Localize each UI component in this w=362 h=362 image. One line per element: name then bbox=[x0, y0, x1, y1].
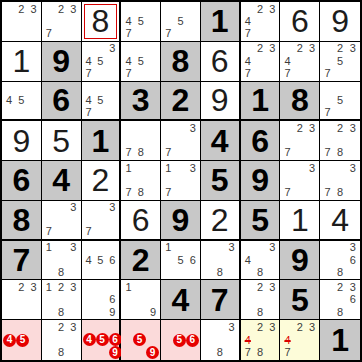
given-digit: 9 bbox=[251, 164, 269, 196]
candidate-3: 3 bbox=[226, 321, 238, 334]
cell-r6c1[interactable]: 8 bbox=[2, 201, 42, 241]
pencil-marks: 37 bbox=[83, 202, 119, 238]
candidate-5: 5 bbox=[174, 15, 186, 27]
cell-r3c9[interactable]: 57 bbox=[320, 82, 360, 122]
candidate-7: 7 bbox=[122, 28, 134, 40]
cell-r5c9[interactable]: 378 bbox=[320, 161, 360, 201]
given-digit: 7 bbox=[211, 284, 229, 316]
pencil-marks: 2347 bbox=[242, 3, 279, 40]
candidate-7: 7 bbox=[321, 147, 334, 159]
given-digit: 1 bbox=[331, 324, 349, 356]
candidate-2: 2 bbox=[254, 43, 266, 55]
candidate-2: 2 bbox=[55, 321, 67, 334]
given-digit: 4 bbox=[52, 164, 70, 196]
candidate-7: 7 bbox=[122, 147, 134, 159]
given-digit: 1 bbox=[251, 84, 269, 116]
given-digit: 1 bbox=[92, 125, 110, 157]
candidate-7: 7 bbox=[242, 28, 254, 40]
candidate-8: 8 bbox=[334, 266, 347, 278]
cell-r3c8[interactable]: 8 bbox=[280, 82, 320, 122]
candidate-8: 8 bbox=[334, 306, 347, 318]
circled-candidate-4: 4 bbox=[83, 333, 96, 346]
cell-r9c6[interactable]: 38 bbox=[201, 320, 241, 360]
candidate-1: 1 bbox=[122, 281, 134, 293]
candidate-5: 5 bbox=[334, 55, 347, 67]
pencil-marks: 378 bbox=[321, 162, 359, 199]
pencil-marks: 238 bbox=[43, 321, 80, 359]
cell-r8c8[interactable]: 5 bbox=[280, 280, 320, 320]
candidate-3: 3 bbox=[67, 202, 79, 214]
candidate-3: 3 bbox=[67, 321, 79, 334]
candidate-5: 5 bbox=[135, 55, 147, 67]
cell-r4c5[interactable]: 37 bbox=[161, 121, 201, 161]
cell-r1c2[interactable]: 237 bbox=[42, 2, 82, 42]
cell-r3c5[interactable]: 2 bbox=[161, 82, 201, 122]
candidate-7: 7 bbox=[281, 147, 293, 159]
candidate-3: 3 bbox=[106, 202, 118, 214]
cell-r7c4[interactable]: 2 bbox=[121, 241, 161, 281]
cell-r7c1[interactable]: 7 bbox=[2, 241, 42, 281]
candidate-1: 1 bbox=[43, 242, 55, 254]
circled-candidate-4: 4 bbox=[3, 334, 16, 347]
candidate-8: 8 bbox=[214, 266, 226, 278]
candidate-5: 5 bbox=[94, 254, 106, 266]
candidate-3: 3 bbox=[306, 122, 318, 134]
candidate-7: 7 bbox=[162, 187, 174, 199]
pencil-marks: 37 bbox=[43, 202, 80, 238]
candidate-3: 3 bbox=[28, 3, 40, 15]
cell-r6c7[interactable]: 5 bbox=[241, 201, 281, 241]
given-digit: 9 bbox=[291, 244, 309, 276]
candidate-8: 8 bbox=[254, 306, 266, 318]
cell-r5c6[interactable]: 5 bbox=[201, 161, 241, 201]
candidate-3: 3 bbox=[346, 43, 359, 55]
given-digit: 4 bbox=[172, 284, 190, 316]
cell-r8c7[interactable]: 238 bbox=[241, 280, 281, 320]
candidate-1: 1 bbox=[162, 242, 174, 254]
cell-r8c3[interactable]: 69 bbox=[82, 280, 122, 320]
cell-r7c9[interactable]: 368 bbox=[320, 241, 360, 281]
candidate-7: 7 bbox=[281, 346, 293, 359]
candidate-4: 4 bbox=[83, 55, 95, 67]
cell-r3c4[interactable]: 3 bbox=[121, 82, 161, 122]
pencil-marks: 457 bbox=[122, 43, 159, 80]
candidate-7: 7 bbox=[321, 106, 334, 118]
pencil-marks: 238 bbox=[242, 281, 279, 318]
solved-digit: 9 bbox=[211, 84, 229, 116]
pencil-marks: 59 bbox=[122, 321, 159, 359]
candidate-1: 1 bbox=[43, 281, 55, 293]
candidate-4: 4 bbox=[83, 254, 95, 266]
cell-r9c3[interactable]: 4569 bbox=[82, 320, 122, 360]
cell-r1c3[interactable]: 8 bbox=[82, 2, 122, 42]
candidate-6: 6 bbox=[346, 254, 359, 266]
cell-r6c3[interactable]: 37 bbox=[82, 201, 122, 241]
cell-r1c7[interactable]: 2347 bbox=[241, 2, 281, 42]
candidate-7: 7 bbox=[83, 106, 95, 118]
candidate-2: 2 bbox=[334, 281, 347, 293]
given-digit: 8 bbox=[172, 45, 190, 77]
candidate-8: 8 bbox=[55, 266, 67, 278]
solved-digit: 1 bbox=[12, 45, 30, 77]
candidate-7: 7 bbox=[242, 67, 254, 79]
candidate-3: 3 bbox=[187, 122, 199, 134]
given-digit: 6 bbox=[12, 164, 30, 196]
cell-r4c8[interactable]: 237 bbox=[280, 121, 320, 161]
cell-r8c2[interactable]: 1238 bbox=[42, 280, 82, 320]
candidate-7: 7 bbox=[162, 147, 174, 159]
candidate-2: 2 bbox=[334, 43, 347, 55]
cell-r4c9[interactable]: 2378 bbox=[320, 121, 360, 161]
candidate-7: 7 bbox=[83, 67, 95, 79]
candidate-7: 7 bbox=[122, 67, 134, 79]
cell-r8c9[interactable]: 2368 bbox=[320, 280, 360, 320]
candidate-3: 3 bbox=[187, 162, 199, 174]
cell-r1c8[interactable]: 6 bbox=[280, 2, 320, 42]
candidate-2: 2 bbox=[334, 122, 347, 134]
candidate-3: 3 bbox=[266, 43, 278, 55]
cell-r8c6[interactable]: 7 bbox=[201, 280, 241, 320]
candidate-8: 8 bbox=[55, 306, 67, 318]
given-digit: 2 bbox=[172, 84, 190, 116]
candidate-3: 3 bbox=[67, 281, 79, 293]
cell-r3c2[interactable]: 6 bbox=[42, 82, 82, 122]
circled-candidate-5: 5 bbox=[16, 334, 29, 347]
pencil-marks: 37 bbox=[162, 122, 199, 159]
candidate-3: 3 bbox=[28, 281, 40, 293]
cell-r8c4[interactable]: 19 bbox=[121, 280, 161, 320]
cell-r3c3[interactable]: 457 bbox=[82, 82, 122, 122]
given-digit: 9 bbox=[172, 204, 190, 236]
cell-r1c5[interactable]: 57 bbox=[161, 2, 201, 42]
given-digit: 8 bbox=[12, 204, 30, 236]
candidate-8: 8 bbox=[254, 346, 266, 359]
candidate-5: 5 bbox=[135, 15, 147, 27]
cell-r5c7[interactable]: 9 bbox=[241, 161, 281, 201]
cell-r2c8[interactable]: 2347 bbox=[280, 42, 320, 82]
cell-r1c1[interactable]: 23 bbox=[2, 2, 42, 42]
pencil-marks: 237 bbox=[281, 122, 318, 159]
pencil-marks: 2347 bbox=[281, 321, 318, 359]
candidate-2: 2 bbox=[55, 281, 67, 293]
candidate-8: 8 bbox=[214, 346, 226, 359]
candidate-3: 3 bbox=[346, 122, 359, 134]
candidate-5: 5 bbox=[174, 254, 186, 266]
candidate-7: 7 bbox=[43, 226, 55, 238]
pencil-marks: 23 bbox=[3, 281, 40, 318]
cell-r3c1[interactable]: 45 bbox=[2, 82, 42, 122]
solved-digit: 1 bbox=[291, 204, 309, 236]
solved-digit: 6 bbox=[132, 204, 150, 236]
cell-r6c5[interactable]: 9 bbox=[161, 201, 201, 241]
given-digit: 4 bbox=[211, 125, 229, 157]
candidate-7: 7 bbox=[321, 187, 334, 199]
cell-r5c3[interactable]: 2 bbox=[82, 161, 122, 201]
given-digit: 5 bbox=[251, 204, 269, 236]
pencil-marks: 2357 bbox=[321, 43, 359, 80]
candidate-3: 3 bbox=[266, 3, 278, 15]
candidate-2: 2 bbox=[254, 321, 266, 334]
cell-r9c8[interactable]: 2347 bbox=[280, 320, 320, 360]
candidate-8: 8 bbox=[135, 187, 147, 199]
struck-candidate-4: 4 bbox=[242, 334, 254, 347]
pencil-marks: 23 bbox=[3, 3, 40, 40]
candidate-2: 2 bbox=[294, 43, 306, 55]
pencil-marks: 138 bbox=[43, 242, 80, 279]
solved-digit: 6 bbox=[291, 5, 309, 37]
candidate-3: 3 bbox=[306, 43, 318, 55]
candidate-3: 3 bbox=[266, 321, 278, 334]
candidate-3: 3 bbox=[67, 3, 79, 15]
candidate-8: 8 bbox=[254, 266, 266, 278]
cell-r6c4[interactable]: 6 bbox=[121, 201, 161, 241]
cell-r4c1[interactable]: 9 bbox=[2, 121, 42, 161]
given-digit: 3 bbox=[132, 84, 150, 116]
cell-r4c6[interactable]: 4 bbox=[201, 121, 241, 161]
cell-r6c2[interactable]: 37 bbox=[42, 201, 82, 241]
cell-r5c8[interactable]: 37 bbox=[280, 161, 320, 201]
candidate-2: 2 bbox=[15, 3, 27, 15]
pencil-marks: 1238 bbox=[43, 281, 80, 318]
given-digit: 8 bbox=[291, 84, 309, 116]
cell-r6c6[interactable]: 2 bbox=[201, 201, 241, 241]
cell-r2c6[interactable]: 6 bbox=[201, 42, 241, 82]
cell-r7c5[interactable]: 156 bbox=[161, 241, 201, 281]
candidate-8: 8 bbox=[135, 147, 147, 159]
candidate-1: 1 bbox=[122, 162, 134, 174]
cell-r1c9[interactable]: 9 bbox=[320, 2, 360, 42]
cell-r7c3[interactable]: 456 bbox=[82, 241, 122, 281]
pencil-marks: 368 bbox=[321, 242, 359, 279]
candidate-4: 4 bbox=[122, 55, 134, 67]
pencil-marks: 37 bbox=[281, 162, 318, 199]
candidate-8: 8 bbox=[55, 346, 67, 359]
candidate-5: 5 bbox=[94, 94, 106, 106]
cell-r5c2[interactable]: 4 bbox=[42, 161, 82, 201]
cell-r4c7[interactable]: 6 bbox=[241, 121, 281, 161]
struck-candidate-4: 4 bbox=[281, 334, 293, 347]
candidate-6: 6 bbox=[106, 294, 118, 306]
cell-r4c4[interactable]: 78 bbox=[121, 121, 161, 161]
candidate-7: 7 bbox=[321, 67, 334, 79]
cell-r1c4[interactable]: 457 bbox=[121, 2, 161, 42]
cell-r4c2[interactable]: 5 bbox=[42, 121, 82, 161]
candidate-4: 4 bbox=[242, 55, 254, 67]
circled-candidate-9: 9 bbox=[109, 346, 122, 359]
pencil-marks: 19 bbox=[122, 281, 159, 318]
candidate-3: 3 bbox=[106, 43, 118, 55]
cell-r1c6[interactable]: 1 bbox=[201, 2, 241, 42]
pencil-marks: 56 bbox=[162, 321, 199, 359]
cell-r2c7[interactable]: 2347 bbox=[241, 42, 281, 82]
cell-r9c5[interactable]: 56 bbox=[161, 320, 201, 360]
solved-digit: 8 bbox=[92, 5, 110, 37]
given-digit: 5 bbox=[291, 284, 309, 316]
given-digit: 1 bbox=[211, 5, 229, 37]
candidate-2: 2 bbox=[254, 3, 266, 15]
pencil-marks: 237 bbox=[43, 3, 80, 40]
candidate-2: 2 bbox=[55, 3, 67, 15]
cell-r2c3[interactable]: 3457 bbox=[82, 42, 122, 82]
cell-r3c6[interactable]: 9 bbox=[201, 82, 241, 122]
pencil-marks: 45 bbox=[3, 321, 40, 359]
pencil-marks: 2347 bbox=[242, 43, 279, 80]
candidate-3: 3 bbox=[266, 242, 278, 254]
candidate-9: 9 bbox=[147, 306, 159, 318]
circled-candidate-6: 6 bbox=[109, 333, 122, 346]
pencil-marks: 57 bbox=[321, 83, 359, 119]
cell-r4c3[interactable]: 1 bbox=[82, 121, 122, 161]
candidate-2: 2 bbox=[294, 122, 306, 134]
cell-r9c4[interactable]: 59 bbox=[121, 320, 161, 360]
candidate-4: 4 bbox=[83, 94, 95, 106]
candidate-7: 7 bbox=[281, 187, 293, 199]
solved-digit: 9 bbox=[331, 5, 349, 37]
cell-r6c8[interactable]: 1 bbox=[280, 201, 320, 241]
solved-digit: 9 bbox=[12, 125, 30, 157]
given-digit: 5 bbox=[211, 164, 229, 196]
candidate-3: 3 bbox=[67, 242, 79, 254]
candidate-5: 5 bbox=[334, 94, 347, 106]
cell-r7c2[interactable]: 138 bbox=[42, 241, 82, 281]
candidate-7: 7 bbox=[83, 226, 95, 238]
circled-candidate-6: 6 bbox=[186, 334, 199, 347]
solved-digit: 6 bbox=[211, 45, 229, 77]
circled-candidate-9: 9 bbox=[146, 346, 159, 359]
given-digit: 2 bbox=[132, 244, 150, 276]
pencil-marks: 178 bbox=[122, 162, 159, 199]
pencil-marks: 23478 bbox=[242, 321, 279, 359]
solved-digit: 5 bbox=[52, 125, 70, 157]
cell-r9c1[interactable]: 45 bbox=[2, 320, 42, 360]
pencil-marks: 456 bbox=[83, 242, 119, 279]
candidate-4: 4 bbox=[281, 55, 293, 67]
candidate-4: 4 bbox=[3, 94, 15, 106]
circled-candidate-5: 5 bbox=[96, 333, 109, 346]
solved-digit: 2 bbox=[211, 204, 229, 236]
cell-r6c9[interactable]: 4 bbox=[320, 201, 360, 241]
circled-candidate-5: 5 bbox=[173, 334, 186, 347]
cell-r7c6[interactable]: 38 bbox=[201, 241, 241, 281]
candidate-3: 3 bbox=[346, 242, 359, 254]
candidate-8: 8 bbox=[334, 187, 347, 199]
pencil-marks: 38 bbox=[202, 242, 238, 279]
pencil-marks: 45 bbox=[3, 83, 40, 119]
candidate-3: 3 bbox=[306, 162, 318, 174]
pencil-marks: 38 bbox=[202, 321, 238, 359]
cell-r8c1[interactable]: 23 bbox=[2, 280, 42, 320]
pencil-marks: 137 bbox=[162, 162, 199, 199]
candidate-3: 3 bbox=[306, 321, 318, 334]
pencil-marks: 78 bbox=[122, 122, 159, 159]
cell-r9c2[interactable]: 238 bbox=[42, 320, 82, 360]
cell-r2c9[interactable]: 2357 bbox=[320, 42, 360, 82]
cell-r2c1[interactable]: 1 bbox=[2, 42, 42, 82]
cell-r5c4[interactable]: 178 bbox=[121, 161, 161, 201]
cell-r7c8[interactable]: 9 bbox=[280, 241, 320, 281]
pencil-marks: 156 bbox=[162, 242, 199, 279]
pencil-marks: 57 bbox=[162, 3, 199, 40]
pencil-marks: 3457 bbox=[83, 43, 119, 80]
candidate-2: 2 bbox=[294, 321, 306, 334]
candidate-6: 6 bbox=[106, 254, 118, 266]
candidate-1: 1 bbox=[162, 162, 174, 174]
candidate-7: 7 bbox=[242, 346, 254, 359]
candidate-4: 4 bbox=[242, 15, 254, 27]
given-digit: 9 bbox=[52, 45, 70, 77]
given-digit: 7 bbox=[12, 244, 30, 276]
candidate-3: 3 bbox=[266, 281, 278, 293]
candidate-6: 6 bbox=[346, 294, 359, 306]
cell-r9c9[interactable]: 1 bbox=[320, 320, 360, 360]
candidate-9: 9 bbox=[106, 306, 118, 318]
circled-candidate-5: 5 bbox=[133, 333, 146, 346]
candidate-5: 5 bbox=[15, 94, 27, 106]
candidate-7: 7 bbox=[43, 28, 55, 40]
pencil-marks: 457 bbox=[122, 3, 159, 40]
sudoku-board: 2323784575712347691934574578623472347235… bbox=[0, 0, 362, 362]
candidate-5: 5 bbox=[94, 55, 106, 67]
candidate-3: 3 bbox=[346, 162, 359, 174]
candidate-3: 3 bbox=[226, 242, 238, 254]
pencil-marks: 2378 bbox=[321, 122, 359, 159]
candidate-8: 8 bbox=[334, 147, 347, 159]
candidate-7: 7 bbox=[162, 28, 174, 40]
candidate-3: 3 bbox=[346, 281, 359, 293]
candidate-7: 7 bbox=[281, 67, 293, 79]
cell-r2c5[interactable]: 8 bbox=[161, 42, 201, 82]
pencil-marks: 457 bbox=[83, 83, 119, 119]
given-digit: 6 bbox=[251, 125, 269, 157]
pencil-marks: 2347 bbox=[281, 43, 318, 80]
pencil-marks: 4569 bbox=[83, 321, 119, 359]
given-digit: 6 bbox=[52, 84, 70, 116]
pencil-marks: 69 bbox=[83, 281, 119, 318]
pencil-marks: 2368 bbox=[321, 281, 359, 318]
candidate-2: 2 bbox=[254, 281, 266, 293]
solved-digit: 2 bbox=[92, 164, 110, 196]
candidate-4: 4 bbox=[122, 15, 134, 27]
cell-r7c7[interactable]: 348 bbox=[241, 241, 281, 281]
cell-r9c7[interactable]: 23478 bbox=[241, 320, 281, 360]
cell-r2c4[interactable]: 457 bbox=[121, 42, 161, 82]
candidate-6: 6 bbox=[187, 254, 199, 266]
candidate-4: 4 bbox=[242, 254, 254, 266]
cell-r5c5[interactable]: 137 bbox=[161, 161, 201, 201]
cell-r5c1[interactable]: 6 bbox=[2, 161, 42, 201]
candidate-2: 2 bbox=[15, 281, 27, 293]
pencil-marks: 348 bbox=[242, 242, 279, 279]
solved-digit: 4 bbox=[331, 204, 349, 236]
cell-r3c7[interactable]: 1 bbox=[241, 82, 281, 122]
candidate-7: 7 bbox=[122, 187, 134, 199]
cell-r8c5[interactable]: 4 bbox=[161, 280, 201, 320]
cell-r2c2[interactable]: 9 bbox=[42, 42, 82, 82]
